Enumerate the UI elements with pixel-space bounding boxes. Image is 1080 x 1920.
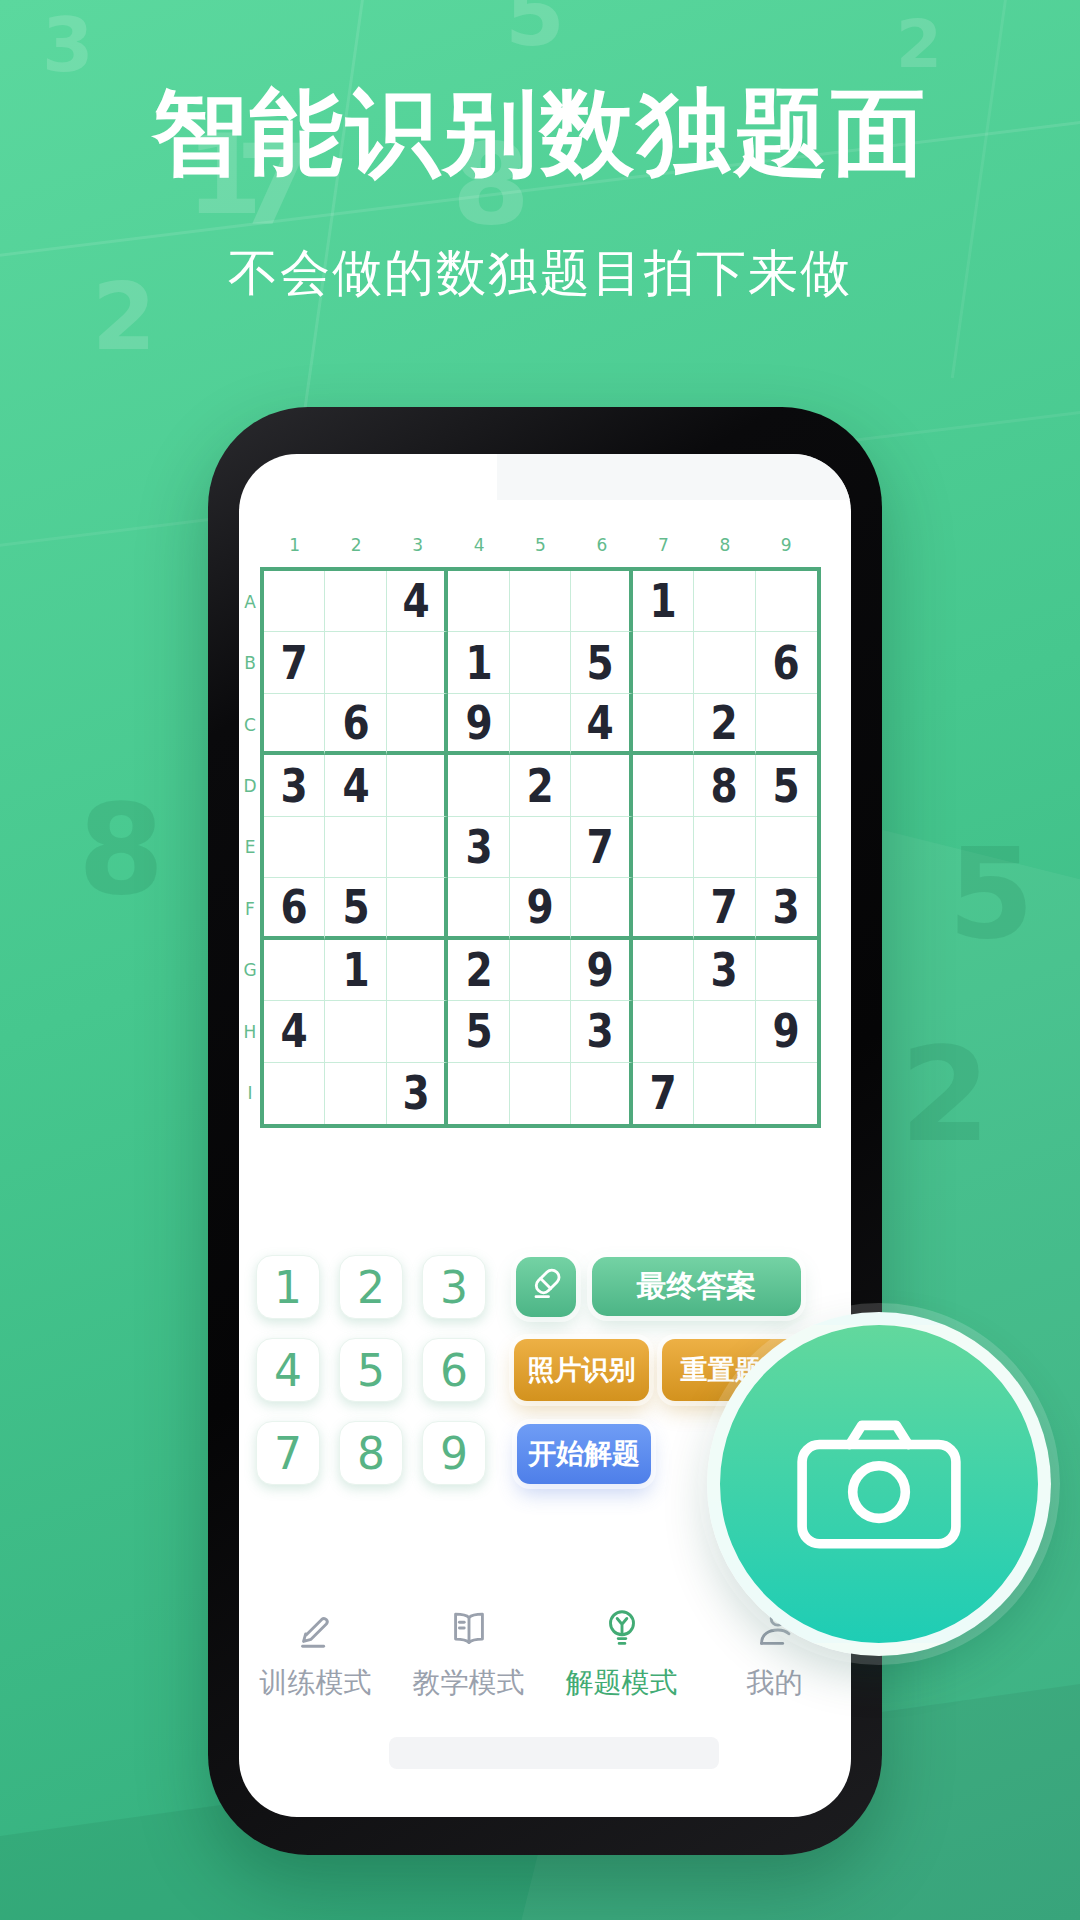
phone-mockup: 123456789 ABCDEFGHI 41715669423428537659… (208, 407, 882, 1855)
sudoku-cell[interactable] (633, 755, 694, 816)
numpad-key-9[interactable]: 9 (422, 1421, 486, 1485)
row-label: G (239, 940, 261, 1001)
sudoku-cell[interactable] (448, 1063, 509, 1124)
sudoku-cell[interactable]: 3 (694, 940, 755, 1001)
page-title: 智能识别数独题面 (0, 70, 1080, 197)
sudoku-cell[interactable] (325, 1063, 386, 1124)
sudoku-cell[interactable]: 4 (571, 694, 632, 755)
sudoku-cell[interactable] (510, 694, 571, 755)
sudoku-cell[interactable] (756, 940, 817, 1001)
nav-label: 训练模式 (260, 1664, 372, 1702)
page-subtitle: 不会做的数独题目拍下来做 (0, 240, 1080, 307)
nav-label: 教学模式 (413, 1664, 525, 1702)
row-label: B (239, 632, 261, 693)
nav-label: 解题模式 (566, 1664, 678, 1702)
numpad-key-3[interactable]: 3 (422, 1255, 486, 1319)
sudoku-cell[interactable] (633, 940, 694, 1001)
camera-icon (793, 1411, 965, 1557)
bottom-nav: 训练模式教学模式解题模式我的 (239, 1594, 851, 1714)
numpad-key-8[interactable]: 8 (339, 1421, 403, 1485)
sudoku-cell[interactable]: 9 (756, 1001, 817, 1062)
sudoku-cell[interactable]: 2 (694, 694, 755, 755)
sudoku-cell[interactable] (387, 694, 448, 755)
sudoku-cell[interactable]: 2 (510, 755, 571, 816)
sudoku-cell[interactable]: 3 (571, 1001, 632, 1062)
nav-item-training[interactable]: 训练模式 (246, 1606, 386, 1702)
sudoku-cell[interactable] (633, 878, 694, 939)
sudoku-cell[interactable]: 4 (387, 571, 448, 632)
nav-item-teaching[interactable]: 教学模式 (399, 1606, 539, 1702)
sudoku-cell[interactable] (264, 1063, 325, 1124)
sudoku-cell[interactable] (756, 817, 817, 878)
sudoku-cell[interactable]: 2 (448, 940, 509, 1001)
sudoku-cell[interactable] (510, 1063, 571, 1124)
sudoku-cell[interactable] (510, 632, 571, 693)
sudoku-cell[interactable] (325, 632, 386, 693)
column-label: 2 (325, 530, 386, 560)
column-label: 4 (448, 530, 509, 560)
sudoku-cell[interactable]: 9 (571, 940, 632, 1001)
sudoku-cell[interactable]: 1 (448, 632, 509, 693)
column-label: 9 (756, 530, 817, 560)
row-label: E (239, 817, 261, 878)
numpad-key-7[interactable]: 7 (256, 1421, 320, 1485)
photo-recognize-button[interactable]: 照片识别 (514, 1339, 649, 1401)
sudoku-cell[interactable] (510, 1001, 571, 1062)
column-label: 1 (264, 530, 325, 560)
sudoku-cell[interactable] (571, 571, 632, 632)
board-row-labels: ABCDEFGHI (239, 571, 261, 1124)
watermark-digit: 2 (896, 12, 942, 78)
eraser-button[interactable] (516, 1257, 576, 1317)
sudoku-cell[interactable]: 1 (633, 571, 694, 632)
sudoku-cell[interactable]: 3 (756, 878, 817, 939)
sudoku-cell[interactable] (387, 755, 448, 816)
sudoku-cell[interactable]: 7 (571, 817, 632, 878)
final-answer-button[interactable]: 最终答案 (592, 1257, 801, 1316)
sudoku-cell[interactable] (633, 694, 694, 755)
sudoku-cell[interactable] (633, 817, 694, 878)
sudoku-cell[interactable]: 9 (510, 878, 571, 939)
sudoku-cell[interactable]: 3 (387, 1063, 448, 1124)
sudoku-cell[interactable] (264, 694, 325, 755)
sudoku-cell[interactable]: 5 (325, 878, 386, 939)
sudoku-cell[interactable] (510, 940, 571, 1001)
sudoku-cell[interactable]: 1 (325, 940, 386, 1001)
start-solve-button[interactable]: 开始解题 (517, 1424, 651, 1484)
sudoku-cell[interactable] (448, 755, 509, 816)
sudoku-cell[interactable] (264, 817, 325, 878)
sudoku-cell[interactable] (264, 940, 325, 1001)
sudoku-cell[interactable] (633, 1001, 694, 1062)
eraser-icon (526, 1265, 566, 1309)
bulb-icon (599, 1606, 645, 1656)
nav-item-solving[interactable]: 解题模式 (552, 1606, 692, 1702)
sudoku-cell[interactable] (571, 1063, 632, 1124)
sudoku-cell[interactable] (264, 571, 325, 632)
numpad-key-6[interactable]: 6 (422, 1338, 486, 1402)
sudoku-cell[interactable] (387, 940, 448, 1001)
sudoku-cell[interactable] (694, 817, 755, 878)
watermark-digit: 2 (900, 1030, 990, 1160)
phone-screen: 123456789 ABCDEFGHI 41715669423428537659… (239, 454, 851, 1817)
watermark-digit: 8 (78, 788, 164, 912)
sudoku-cell[interactable]: 5 (571, 632, 632, 693)
sudoku-cell[interactable]: 9 (448, 694, 509, 755)
column-label: 7 (633, 530, 694, 560)
sudoku-cell[interactable] (756, 694, 817, 755)
numpad-key-2[interactable]: 2 (339, 1255, 403, 1319)
sudoku-cell[interactable] (571, 878, 632, 939)
sudoku-cell[interactable] (387, 632, 448, 693)
sudoku-cell[interactable] (448, 878, 509, 939)
sudoku-cell[interactable]: 3 (264, 755, 325, 816)
sudoku-cell[interactable]: 5 (756, 755, 817, 816)
sudoku-cell[interactable] (756, 571, 817, 632)
column-label: 8 (694, 530, 755, 560)
sudoku-cell[interactable]: 8 (694, 755, 755, 816)
numpad-key-1[interactable]: 1 (256, 1255, 320, 1319)
nav-label: 我的 (747, 1664, 803, 1702)
sudoku-cell[interactable]: 6 (264, 878, 325, 939)
sudoku-cell[interactable]: 7 (264, 632, 325, 693)
sudoku-cell[interactable]: 6 (325, 694, 386, 755)
sudoku-cell[interactable] (633, 632, 694, 693)
column-label: 5 (510, 530, 571, 560)
sudoku-cell[interactable] (325, 1001, 386, 1062)
watermark-digit: 5 (505, 0, 565, 58)
sudoku-cell[interactable] (756, 1063, 817, 1124)
number-pad: 123456789 (256, 1255, 486, 1485)
page: 3521782852 智能识别数独题面 不会做的数独题目拍下来做 1234567… (0, 0, 1080, 1920)
watermark-digit: 5 (948, 832, 1034, 956)
sudoku-cell[interactable] (510, 571, 571, 632)
sudoku-cell[interactable]: 6 (756, 632, 817, 693)
row-label: H (239, 1001, 261, 1062)
row-label: F (239, 878, 261, 939)
sudoku-board: 41715669423428537659731293453937 (260, 567, 821, 1128)
sudoku-cell[interactable]: 4 (325, 755, 386, 816)
board-column-labels: 123456789 (264, 530, 817, 560)
numpad-key-4[interactable]: 4 (256, 1338, 320, 1402)
book-icon (446, 1606, 492, 1656)
sudoku-cell[interactable] (694, 632, 755, 693)
sudoku-cell[interactable] (387, 1001, 448, 1062)
column-label: 3 (387, 530, 448, 560)
row-label: I (239, 1063, 261, 1124)
sudoku-cell[interactable]: 7 (633, 1063, 694, 1124)
sudoku-cell[interactable]: 3 (448, 817, 509, 878)
sudoku-cell[interactable] (325, 571, 386, 632)
sudoku-cell[interactable] (694, 571, 755, 632)
row-label: C (239, 694, 261, 755)
sudoku-cell[interactable]: 4 (264, 1001, 325, 1062)
sudoku-cell[interactable] (694, 1063, 755, 1124)
sudoku-cell[interactable] (694, 1001, 755, 1062)
sudoku-cell[interactable] (387, 817, 448, 878)
statusbar-tint (497, 454, 851, 500)
sudoku-cell[interactable]: 7 (694, 878, 755, 939)
row-label: A (239, 571, 261, 632)
pencil-icon (293, 1606, 339, 1656)
sudoku-cell[interactable] (387, 878, 448, 939)
sudoku-cell[interactable]: 5 (448, 1001, 509, 1062)
sudoku-cell[interactable] (571, 755, 632, 816)
home-indicator (389, 1737, 719, 1769)
column-label: 6 (571, 530, 632, 560)
sudoku-cell[interactable] (510, 817, 571, 878)
sudoku-cell[interactable] (448, 571, 509, 632)
sudoku-cell[interactable] (325, 817, 386, 878)
row-label: D (239, 755, 261, 816)
numpad-key-5[interactable]: 5 (339, 1338, 403, 1402)
camera-button[interactable] (707, 1312, 1051, 1656)
